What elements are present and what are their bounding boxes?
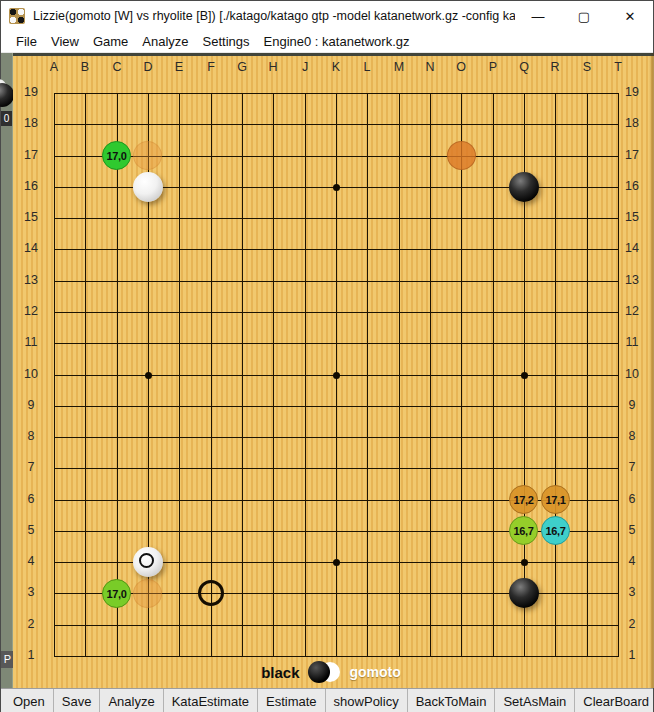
- coord-number-label-left: 18: [19, 116, 43, 131]
- side-panel-strip: 0 P: [1, 53, 13, 688]
- coord-number-label-left: 5: [19, 523, 43, 538]
- coord-letter-label: O: [449, 60, 473, 75]
- toolbar-button-open[interactable]: Open: [5, 689, 54, 712]
- board-grid-line: [54, 656, 619, 657]
- board-grid-line: [555, 93, 556, 657]
- coord-letter-label: B: [73, 60, 97, 75]
- coord-letter-label: P: [481, 60, 505, 75]
- circle-annotation: [198, 580, 224, 606]
- toolbar-button-setasmain[interactable]: SetAsMain: [495, 689, 575, 712]
- coord-number-label-left: 11: [19, 335, 43, 350]
- menu-view[interactable]: View: [44, 34, 86, 49]
- coord-number-label-left: 3: [19, 585, 43, 600]
- coord-number-label-left: 9: [19, 398, 43, 413]
- board-grid-line: [399, 93, 400, 657]
- coord-number-label-right: 13: [620, 273, 644, 288]
- coord-number-label-left: 6: [19, 492, 43, 507]
- candidate-move-ghost[interactable]: [133, 141, 162, 170]
- coord-letter-label: Q: [512, 60, 536, 75]
- black-stone[interactable]: [509, 172, 539, 202]
- coord-letter-label: D: [136, 60, 160, 75]
- coord-letter-label: N: [418, 60, 442, 75]
- turn-stone-icon: [308, 661, 342, 683]
- board-top-edge: [13, 53, 654, 56]
- menu-bar: File View Game Analyze Settings Engine0 …: [1, 31, 653, 53]
- candidate-move[interactable]: 17,2: [509, 485, 538, 514]
- coord-letter-label: F: [199, 60, 223, 75]
- coord-number-label-right: 17: [620, 148, 644, 163]
- title-bar[interactable]: Lizzie(gomoto [W] vs rhyolite [B]) [./ka…: [1, 1, 653, 31]
- coord-number-label-left: 12: [19, 304, 43, 319]
- board-edge-shadow: [649, 53, 654, 688]
- board-grid-line: [430, 93, 431, 657]
- coord-number-label-right: 18: [620, 116, 644, 131]
- menu-analyze[interactable]: Analyze: [135, 34, 195, 49]
- coord-number-label-right: 2: [620, 617, 644, 632]
- star-point: [333, 184, 340, 191]
- coord-letter-label: T: [606, 60, 630, 75]
- board-grid-line: [587, 93, 588, 657]
- star-point: [333, 372, 340, 379]
- coord-letter-label: H: [261, 60, 285, 75]
- coord-number-label-right: 12: [620, 304, 644, 319]
- toolbar-button-analyze[interactable]: Analyze: [100, 689, 163, 712]
- white-stone[interactable]: [133, 172, 163, 202]
- coord-number-label-right: 5: [620, 523, 644, 538]
- coord-number-label-right: 10: [620, 367, 644, 382]
- coord-number-label-right: 8: [620, 429, 644, 444]
- board-grid-line: [54, 625, 619, 626]
- board-grid-line: [54, 468, 619, 469]
- coord-number-label-left: 16: [19, 179, 43, 194]
- board-grid-line: [461, 93, 462, 657]
- board-grid-line: [367, 93, 368, 657]
- menu-engine[interactable]: Engine0 : katanetwork.gz: [257, 34, 417, 49]
- toolbar-button-clearboard[interactable]: ClearBoard: [575, 689, 653, 712]
- app-window: Lizzie(gomoto [W] vs rhyolite [B]) [./ka…: [0, 0, 654, 712]
- coord-number-label-right: 1: [620, 648, 644, 663]
- coord-number-label-right: 19: [620, 85, 644, 100]
- black-stone-icon: [0, 83, 14, 107]
- captures-count: 0: [1, 111, 12, 126]
- coord-number-label-right: 14: [620, 241, 644, 256]
- coord-number-label-right: 4: [620, 554, 644, 569]
- coord-letter-label: L: [355, 60, 379, 75]
- coord-number-label-left: 17: [19, 148, 43, 163]
- coord-number-label-left: 7: [19, 460, 43, 475]
- coord-number-label-left: 8: [19, 429, 43, 444]
- coord-number-label-right: 16: [620, 179, 644, 194]
- menu-game[interactable]: Game: [86, 34, 135, 49]
- app-icon: [9, 8, 25, 24]
- candidate-move-ghost[interactable]: [133, 579, 162, 608]
- toolbar-button-backtomain[interactable]: BackToMain: [408, 689, 496, 712]
- coord-number-label-left: 4: [19, 554, 43, 569]
- status-bar: black gomoto: [13, 659, 649, 685]
- menu-file[interactable]: File: [9, 34, 44, 49]
- candidate-move[interactable]: 16,7: [541, 516, 570, 545]
- coord-number-label-left: 1: [19, 648, 43, 663]
- coord-number-label-right: 11: [620, 335, 644, 350]
- board-grid-line: [54, 437, 619, 438]
- menu-settings[interactable]: Settings: [196, 34, 257, 49]
- coord-number-label-right: 7: [620, 460, 644, 475]
- go-board[interactable]: black gomoto ABCDEFGHJKLMNOPQRST19191818…: [13, 53, 654, 688]
- last-move-marker: [139, 553, 154, 568]
- candidate-move[interactable]: 16,7: [509, 516, 538, 545]
- coord-letter-label: R: [543, 60, 567, 75]
- coord-number-label-left: 10: [19, 367, 43, 382]
- minimize-icon[interactable]: —: [515, 1, 561, 31]
- maximize-icon[interactable]: ▢: [561, 1, 607, 31]
- board-grid-line: [618, 93, 619, 657]
- main-content: 0 P black gomoto ABCDEFGHJKLMNOPQRST1919…: [1, 53, 654, 688]
- coord-number-label-left: 14: [19, 241, 43, 256]
- candidate-move[interactable]: 17,0: [102, 579, 131, 608]
- coord-number-label-right: 6: [620, 492, 644, 507]
- player-name-label: gomoto: [350, 664, 401, 680]
- black-stone[interactable]: [509, 578, 539, 608]
- coord-letter-label: A: [42, 60, 66, 75]
- turn-to-play-label: black: [261, 664, 299, 681]
- close-icon[interactable]: ✕: [607, 1, 653, 31]
- window-controls: — ▢ ✕: [515, 1, 653, 31]
- white-stone[interactable]: [133, 547, 163, 577]
- window-title: Lizzie(gomoto [W] vs rhyolite [B]) [./ka…: [33, 9, 515, 23]
- coord-letter-label: J: [293, 60, 317, 75]
- toolbar-button-estimate[interactable]: Estimate: [258, 689, 326, 712]
- coord-letter-label: S: [575, 60, 599, 75]
- coord-letter-label: M: [387, 60, 411, 75]
- coord-number-label-right: 9: [620, 398, 644, 413]
- coord-letter-label: C: [105, 60, 129, 75]
- toolbar-button-save[interactable]: Save: [54, 689, 101, 712]
- board-grid-line: [493, 93, 494, 657]
- toolbar-button-kataestimate[interactable]: KataEstimate: [164, 689, 258, 712]
- coord-letter-label: G: [230, 60, 254, 75]
- coord-number-label-right: 15: [620, 210, 644, 225]
- candidate-move[interactable]: 17,0: [102, 141, 131, 170]
- coord-number-label-left: 19: [19, 85, 43, 100]
- coord-number-label-left: 13: [19, 273, 43, 288]
- candidate-move-ghost[interactable]: [447, 141, 476, 170]
- coord-letter-label: E: [167, 60, 191, 75]
- star-point: [521, 559, 528, 566]
- coord-number-label-left: 15: [19, 210, 43, 225]
- coord-letter-label: K: [324, 60, 348, 75]
- candidate-move[interactable]: 17,1: [541, 485, 570, 514]
- star-point: [145, 372, 152, 379]
- coord-number-label-right: 3: [620, 585, 644, 600]
- coord-number-label-left: 2: [19, 617, 43, 632]
- bottom-toolbar: OpenSaveAnalyzeKataEstimateEstimateshowP…: [1, 688, 653, 712]
- star-point: [521, 372, 528, 379]
- board-grid-line: [54, 406, 619, 407]
- toolbar-button-showpolicy[interactable]: showPolicy: [326, 689, 408, 712]
- star-point: [333, 559, 340, 566]
